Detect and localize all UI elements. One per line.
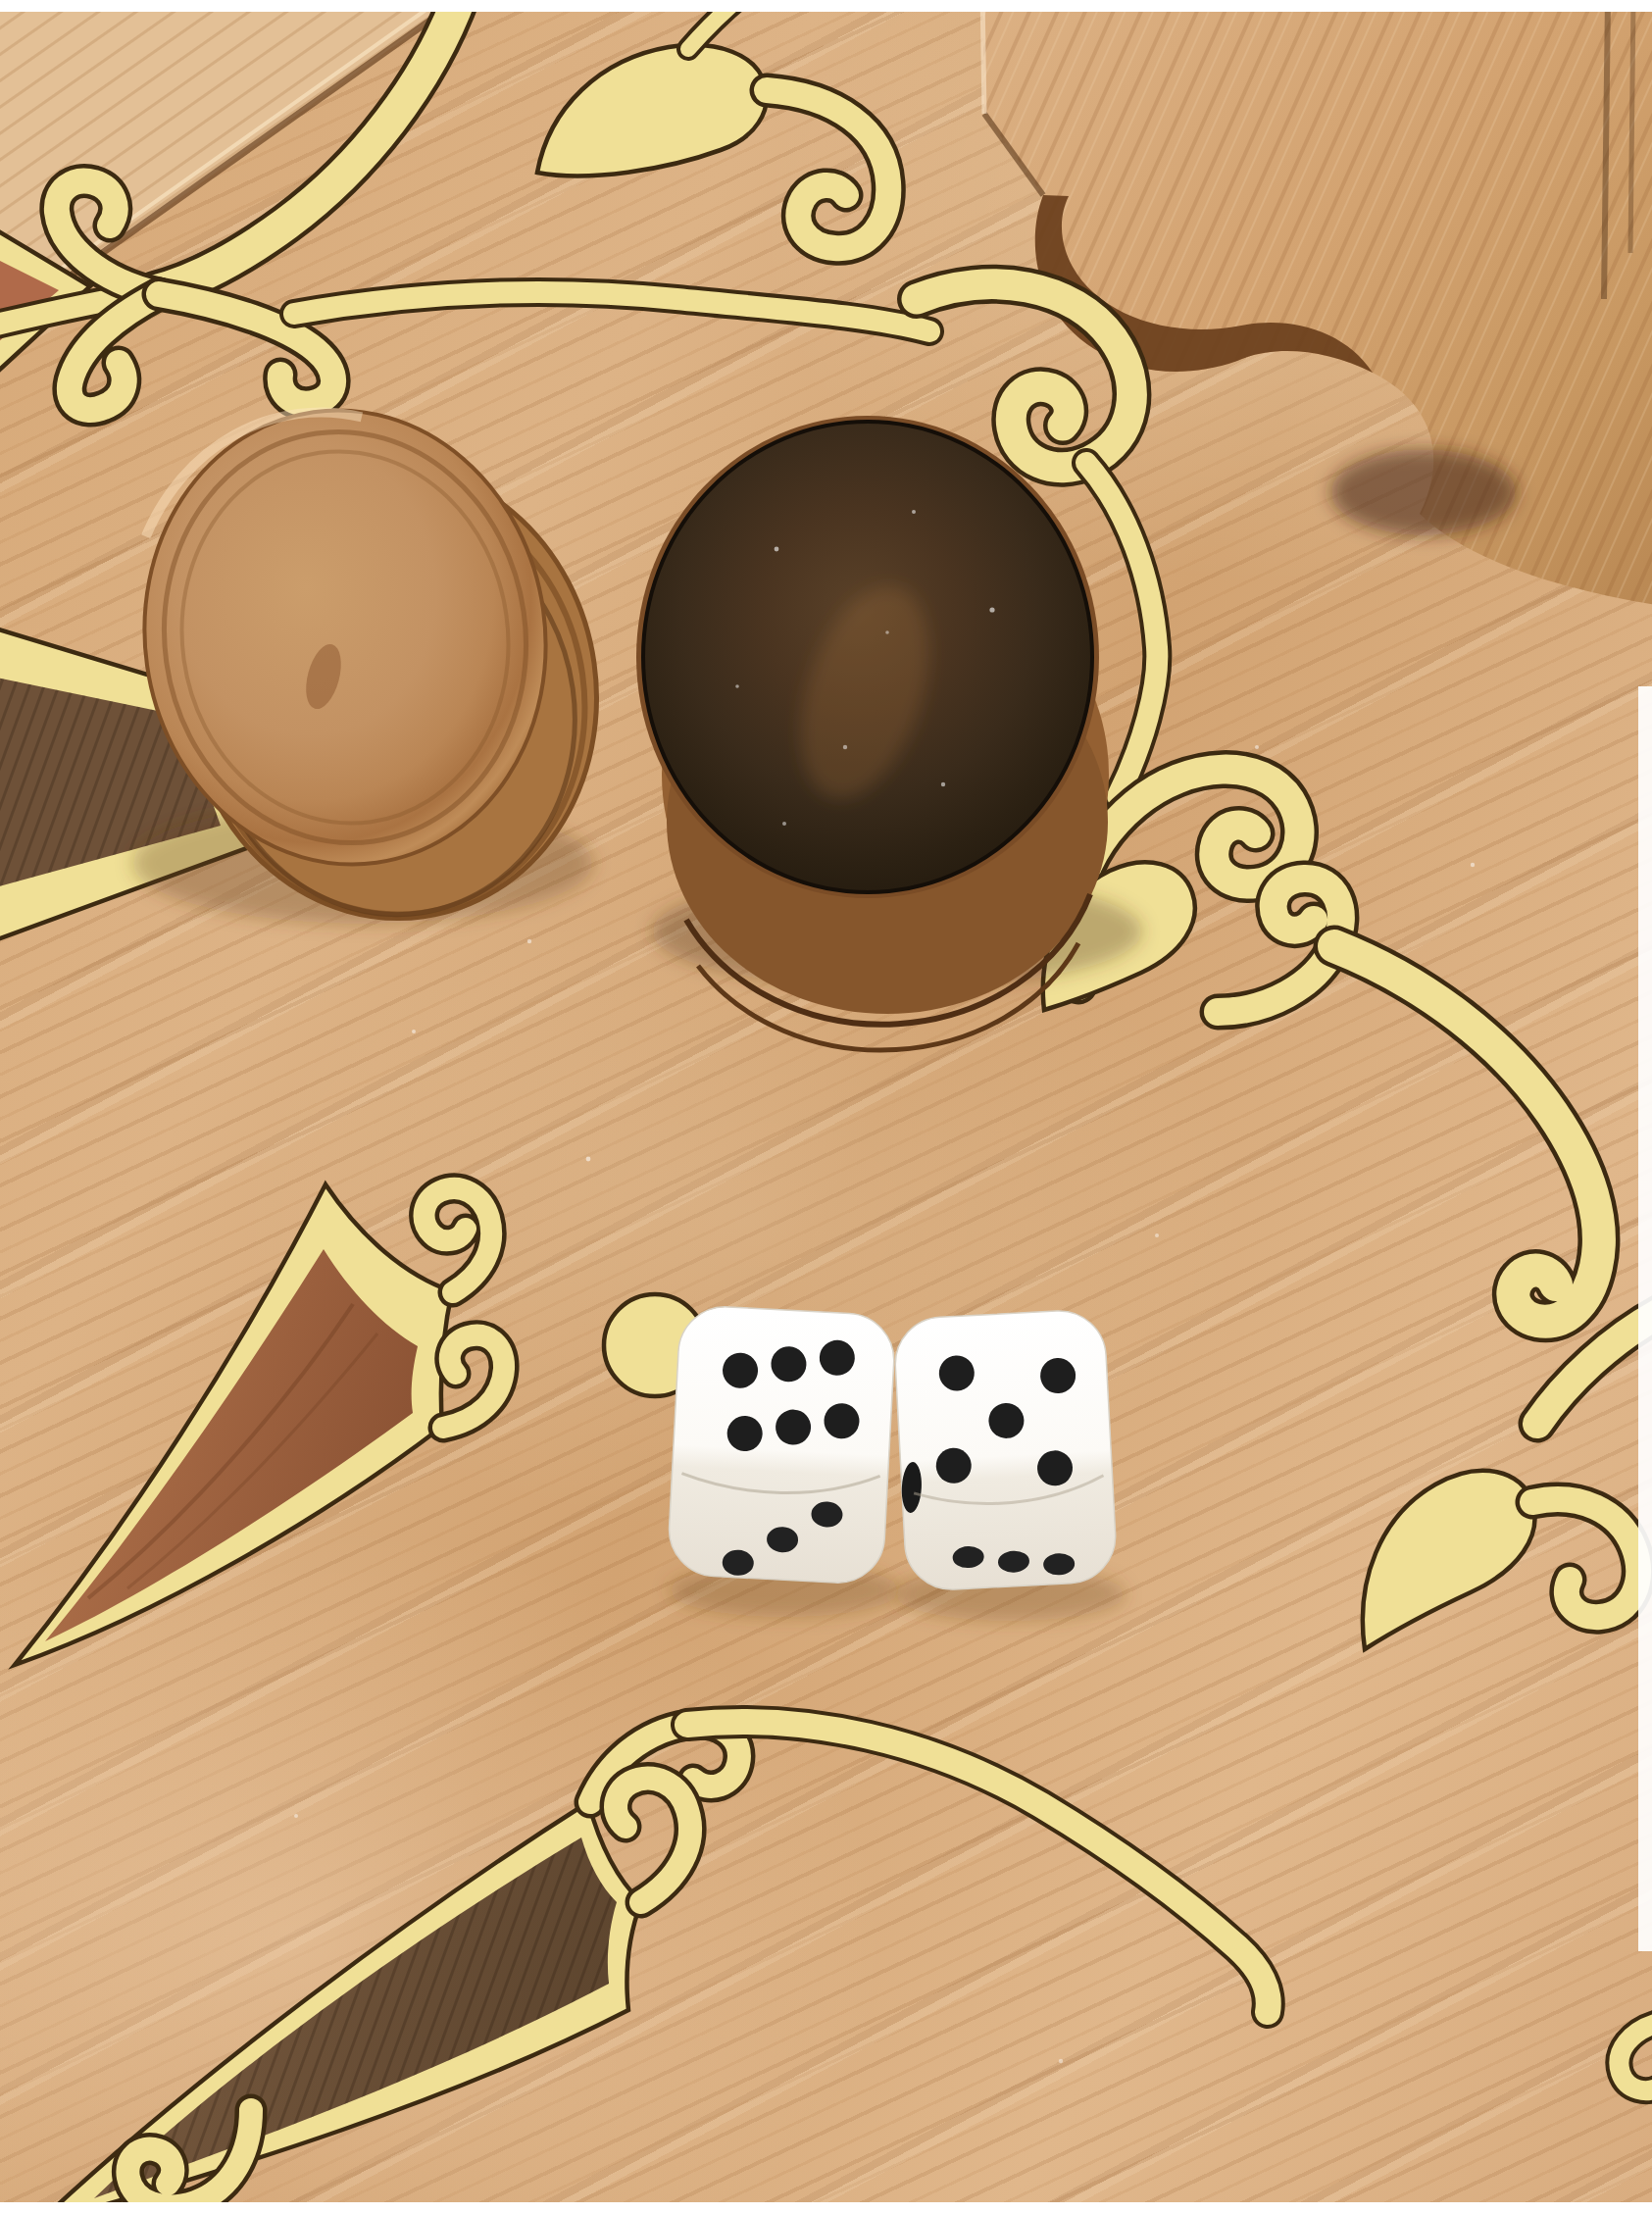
ornament-right-scrolls [1043,770,1599,1322]
ornament-top-leaf-curl [537,0,888,248]
die-left[interactable] [667,1304,896,1585]
photo-border-top [0,0,1652,12]
light-checker-stack[interactable] [116,384,626,945]
dark-checker-top [636,416,1099,898]
board-scene [0,0,1652,2214]
point-middle-left [15,1184,504,1665]
photo-border-right [1638,686,1652,1951]
block-notch-shadow [1330,449,1517,535]
ornament-right-lower [1363,1312,1652,2090]
photo-stage [0,0,1652,2214]
photo-border-bottom [0,2202,1652,2214]
dark-checker-stack[interactable] [636,416,1142,1050]
die-right[interactable] [890,1309,1118,1592]
